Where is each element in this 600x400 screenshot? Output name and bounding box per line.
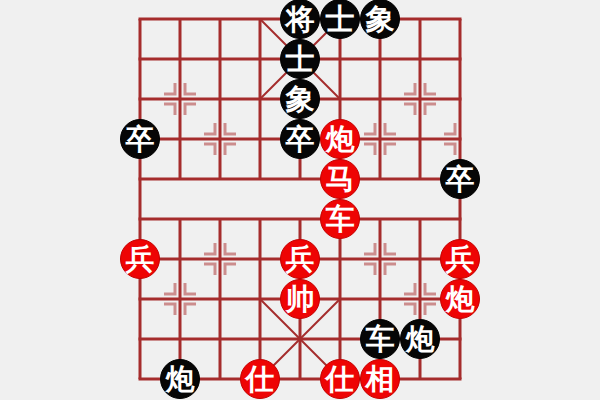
piece-red-horse[interactable]: 马 — [320, 159, 360, 199]
piece-black-soldier[interactable]: 卒 — [280, 119, 320, 159]
piece-black-advisor[interactable]: 士 — [280, 39, 320, 79]
piece-black-elephant[interactable]: 象 — [360, 0, 400, 39]
piece-red-cannon[interactable]: 炮 — [440, 279, 480, 319]
piece-black-advisor[interactable]: 士 — [320, 0, 360, 39]
piece-black-chariot[interactable]: 车 — [360, 319, 400, 359]
xiangqi-board[interactable]: 将士象士象卒卒炮马卒车兵兵兵帅炮车炮炮仕仕相 — [0, 0, 600, 400]
piece-red-advisor[interactable]: 仕 — [240, 359, 280, 399]
piece-black-elephant[interactable]: 象 — [280, 79, 320, 119]
piece-black-soldier[interactable]: 卒 — [440, 159, 480, 199]
piece-black-soldier[interactable]: 卒 — [120, 119, 160, 159]
piece-red-cannon[interactable]: 炮 — [320, 119, 360, 159]
piece-red-general[interactable]: 帅 — [280, 279, 320, 319]
piece-red-soldier[interactable]: 兵 — [280, 239, 320, 279]
piece-grid: 将士象士象卒卒炮马卒车兵兵兵帅炮车炮炮仕仕相 — [120, 0, 480, 399]
piece-red-soldier[interactable]: 兵 — [120, 239, 160, 279]
piece-black-cannon[interactable]: 炮 — [160, 359, 200, 399]
piece-black-cannon[interactable]: 炮 — [400, 319, 440, 359]
piece-red-advisor[interactable]: 仕 — [320, 359, 360, 399]
piece-black-general[interactable]: 将 — [280, 0, 320, 39]
piece-red-soldier[interactable]: 兵 — [440, 239, 480, 279]
piece-red-chariot[interactable]: 车 — [320, 199, 360, 239]
piece-red-elephant[interactable]: 相 — [360, 359, 400, 399]
